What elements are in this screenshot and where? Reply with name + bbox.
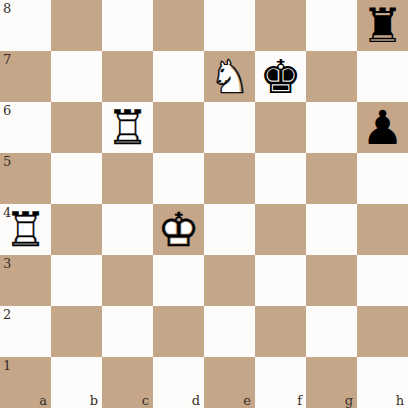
- square-a5[interactable]: 5: [0, 153, 51, 204]
- file-label-g: g: [345, 394, 353, 407]
- square-b6[interactable]: [51, 102, 102, 153]
- square-h6[interactable]: ♟: [357, 102, 408, 153]
- square-d4[interactable]: ♚♔: [153, 204, 204, 255]
- square-b4[interactable]: [51, 204, 102, 255]
- rank-label-2: 2: [3, 308, 11, 321]
- square-e4[interactable]: [204, 204, 255, 255]
- square-f4[interactable]: [255, 204, 306, 255]
- square-c4[interactable]: [102, 204, 153, 255]
- square-c6[interactable]: ♜♖: [102, 102, 153, 153]
- piece-black-rook[interactable]: ♜: [357, 0, 408, 51]
- file-label-a: a: [39, 394, 47, 407]
- square-a6[interactable]: 6: [0, 102, 51, 153]
- square-c5[interactable]: [102, 153, 153, 204]
- square-g1[interactable]: g: [306, 357, 357, 408]
- white-rook-outline-glyph: ♖: [0, 204, 51, 255]
- square-h2[interactable]: [357, 306, 408, 357]
- square-f7[interactable]: ♚: [255, 51, 306, 102]
- square-b2[interactable]: [51, 306, 102, 357]
- square-f3[interactable]: [255, 255, 306, 306]
- square-b7[interactable]: [51, 51, 102, 102]
- square-a3[interactable]: 3: [0, 255, 51, 306]
- square-e5[interactable]: [204, 153, 255, 204]
- square-g5[interactable]: [306, 153, 357, 204]
- square-b5[interactable]: [51, 153, 102, 204]
- square-e1[interactable]: e: [204, 357, 255, 408]
- square-h3[interactable]: [357, 255, 408, 306]
- rank-label-1: 1: [3, 359, 11, 372]
- square-d2[interactable]: [153, 306, 204, 357]
- square-f1[interactable]: f: [255, 357, 306, 408]
- rank-label-8: 8: [3, 2, 11, 15]
- square-a1[interactable]: 1a: [0, 357, 51, 408]
- square-c7[interactable]: [102, 51, 153, 102]
- square-b8[interactable]: [51, 0, 102, 51]
- square-a7[interactable]: 7: [0, 51, 51, 102]
- square-g8[interactable]: [306, 0, 357, 51]
- square-f6[interactable]: [255, 102, 306, 153]
- square-g4[interactable]: [306, 204, 357, 255]
- chess-board: 8♜7♞♘♚6♜♖♟54♜♖♚♔321abcdefgh: [0, 0, 408, 408]
- square-d3[interactable]: [153, 255, 204, 306]
- file-label-c: c: [142, 394, 149, 407]
- white-rook-outline-glyph: ♖: [102, 102, 153, 153]
- square-g2[interactable]: [306, 306, 357, 357]
- file-label-d: d: [192, 394, 200, 407]
- rank-label-7: 7: [3, 53, 11, 66]
- square-e6[interactable]: [204, 102, 255, 153]
- square-h5[interactable]: [357, 153, 408, 204]
- square-b3[interactable]: [51, 255, 102, 306]
- square-b1[interactable]: b: [51, 357, 102, 408]
- square-d7[interactable]: [153, 51, 204, 102]
- square-a2[interactable]: 2: [0, 306, 51, 357]
- file-label-b: b: [90, 394, 98, 407]
- white-knight-outline-glyph: ♘: [204, 51, 255, 102]
- piece-white-king[interactable]: ♚♔: [153, 204, 204, 255]
- square-c2[interactable]: [102, 306, 153, 357]
- square-c1[interactable]: c: [102, 357, 153, 408]
- file-label-f: f: [297, 394, 302, 407]
- square-a4[interactable]: 4♜♖: [0, 204, 51, 255]
- square-e8[interactable]: [204, 0, 255, 51]
- square-f5[interactable]: [255, 153, 306, 204]
- black-rook-glyph: ♜: [357, 0, 408, 51]
- square-f2[interactable]: [255, 306, 306, 357]
- rank-label-5: 5: [3, 155, 11, 168]
- square-d6[interactable]: [153, 102, 204, 153]
- file-label-h: h: [396, 394, 404, 407]
- black-king-glyph: ♚: [255, 51, 306, 102]
- square-g6[interactable]: [306, 102, 357, 153]
- square-d5[interactable]: [153, 153, 204, 204]
- file-label-e: e: [243, 394, 251, 407]
- rank-label-6: 6: [3, 104, 11, 117]
- square-h7[interactable]: [357, 51, 408, 102]
- square-h1[interactable]: h: [357, 357, 408, 408]
- square-e7[interactable]: ♞♘: [204, 51, 255, 102]
- square-a8[interactable]: 8: [0, 0, 51, 51]
- rank-label-3: 3: [3, 257, 11, 270]
- square-d8[interactable]: [153, 0, 204, 51]
- black-pawn-glyph: ♟: [357, 102, 408, 153]
- piece-white-rook[interactable]: ♜♖: [102, 102, 153, 153]
- square-h8[interactable]: ♜: [357, 0, 408, 51]
- square-e3[interactable]: [204, 255, 255, 306]
- piece-black-pawn[interactable]: ♟: [357, 102, 408, 153]
- piece-white-rook[interactable]: ♜♖: [0, 204, 51, 255]
- white-king-outline-glyph: ♔: [153, 204, 204, 255]
- square-e2[interactable]: [204, 306, 255, 357]
- square-f8[interactable]: [255, 0, 306, 51]
- square-c3[interactable]: [102, 255, 153, 306]
- piece-black-king[interactable]: ♚: [255, 51, 306, 102]
- square-d1[interactable]: d: [153, 357, 204, 408]
- piece-white-knight[interactable]: ♞♘: [204, 51, 255, 102]
- square-c8[interactable]: [102, 0, 153, 51]
- square-g7[interactable]: [306, 51, 357, 102]
- square-g3[interactable]: [306, 255, 357, 306]
- square-h4[interactable]: [357, 204, 408, 255]
